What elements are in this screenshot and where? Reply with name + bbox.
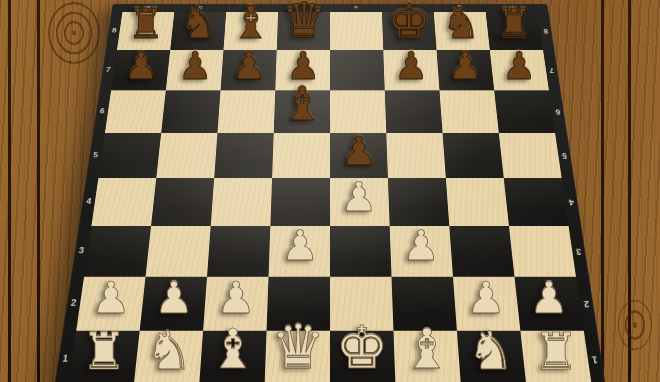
piece-black-pawn-c7[interactable]: ♟ bbox=[232, 47, 266, 85]
wood-plank-seam bbox=[601, 0, 604, 382]
rank-label-left-2: 2 bbox=[66, 299, 80, 307]
rank-label-left-5: 5 bbox=[89, 152, 102, 159]
rank-label-right-2: 2 bbox=[579, 299, 593, 307]
file-label-top-e: e bbox=[330, 5, 382, 10]
rank-label-left-6: 6 bbox=[96, 108, 109, 114]
rank-label-right-5: 5 bbox=[558, 152, 571, 159]
rank-label-right-8: 8 bbox=[540, 28, 552, 34]
square-f6[interactable] bbox=[385, 90, 443, 133]
square-e3[interactable] bbox=[330, 226, 391, 277]
piece-black-pawn-f7[interactable]: ♟ bbox=[394, 47, 428, 85]
rank-label-left-1: 1 bbox=[58, 355, 73, 364]
piece-white-queen-d1[interactable]: ♛ bbox=[271, 316, 326, 377]
piece-white-rook-h1[interactable]: ♜ bbox=[533, 326, 579, 377]
square-f5[interactable] bbox=[386, 133, 446, 178]
piece-white-pawn-b2[interactable]: ♟ bbox=[154, 276, 193, 320]
chess-game-screen: 8765432187654321abcdefgh ♜♞♝♛♚♞♜♟♟♟♟♟♟♟♝… bbox=[0, 0, 660, 382]
piece-black-bishop-c8[interactable]: ♝ bbox=[231, 0, 271, 45]
square-g4[interactable] bbox=[446, 178, 509, 226]
square-h5[interactable] bbox=[499, 133, 562, 178]
square-h4[interactable] bbox=[504, 178, 569, 226]
piece-black-knight-g8[interactable]: ♞ bbox=[442, 2, 481, 45]
square-h3[interactable] bbox=[509, 226, 576, 277]
piece-black-rook-h8[interactable]: ♜ bbox=[496, 4, 533, 45]
square-b6[interactable] bbox=[161, 90, 220, 133]
square-h6[interactable] bbox=[494, 90, 555, 133]
piece-white-bishop-f1[interactable]: ♝ bbox=[402, 322, 451, 377]
square-g5[interactable] bbox=[443, 133, 504, 178]
piece-black-king-f8[interactable]: ♚ bbox=[387, 0, 430, 45]
piece-white-pawn-e4[interactable]: ♟ bbox=[341, 177, 378, 218]
wood-plank-seam bbox=[8, 0, 11, 382]
piece-white-pawn-d3[interactable]: ♟ bbox=[281, 225, 319, 267]
piece-black-queen-d8[interactable]: ♛ bbox=[282, 0, 326, 45]
piece-black-bishop-d6[interactable]: ♝ bbox=[281, 80, 323, 127]
wood-knot bbox=[48, 2, 100, 64]
rank-label-right-1: 1 bbox=[587, 355, 602, 364]
square-c5[interactable] bbox=[214, 133, 274, 178]
piece-white-knight-b1[interactable]: ♞ bbox=[145, 324, 193, 377]
piece-white-pawn-c2[interactable]: ♟ bbox=[216, 276, 255, 320]
rank-label-left-8: 8 bbox=[108, 28, 120, 34]
piece-black-rook-a8[interactable]: ♜ bbox=[128, 4, 165, 45]
rank-label-right-7: 7 bbox=[546, 67, 558, 73]
square-a5[interactable] bbox=[98, 133, 161, 178]
wood-knot bbox=[618, 300, 652, 350]
piece-black-pawn-h7[interactable]: ♟ bbox=[502, 47, 536, 85]
piece-white-knight-g1[interactable]: ♞ bbox=[467, 324, 515, 377]
piece-white-pawn-g2[interactable]: ♟ bbox=[466, 276, 505, 320]
piece-white-pawn-a2[interactable]: ♟ bbox=[91, 276, 130, 320]
square-d5[interactable] bbox=[272, 133, 330, 178]
rank-label-left-3: 3 bbox=[74, 247, 88, 255]
square-g3[interactable] bbox=[449, 226, 514, 277]
square-c4[interactable] bbox=[211, 178, 272, 226]
square-a3[interactable] bbox=[84, 226, 151, 277]
square-b4[interactable] bbox=[151, 178, 214, 226]
piece-black-pawn-g7[interactable]: ♟ bbox=[448, 47, 482, 85]
square-e7[interactable] bbox=[330, 50, 385, 90]
square-d4[interactable] bbox=[270, 178, 330, 226]
rank-label-right-4: 4 bbox=[565, 198, 579, 205]
square-g6[interactable] bbox=[439, 90, 498, 133]
square-c3[interactable] bbox=[207, 226, 270, 277]
square-b3[interactable] bbox=[146, 226, 211, 277]
wood-plank-seam bbox=[37, 0, 40, 382]
square-c6[interactable] bbox=[217, 90, 275, 133]
piece-black-pawn-b7[interactable]: ♟ bbox=[178, 47, 212, 85]
square-e8[interactable] bbox=[330, 12, 383, 50]
piece-white-pawn-h2[interactable]: ♟ bbox=[529, 276, 568, 320]
rank-label-right-3: 3 bbox=[572, 247, 586, 255]
piece-white-rook-a1[interactable]: ♜ bbox=[81, 326, 127, 377]
square-e6[interactable] bbox=[330, 90, 386, 133]
rank-label-left-7: 7 bbox=[102, 67, 114, 73]
piece-white-king-e1[interactable]: ♚ bbox=[336, 318, 389, 377]
piece-black-knight-b8[interactable]: ♞ bbox=[180, 2, 219, 45]
square-a4[interactable] bbox=[91, 178, 156, 226]
piece-black-pawn-e5[interactable]: ♟ bbox=[341, 131, 377, 171]
square-f4[interactable] bbox=[388, 178, 449, 226]
square-b5[interactable] bbox=[156, 133, 217, 178]
rank-label-left-4: 4 bbox=[82, 198, 96, 205]
piece-white-pawn-f3[interactable]: ♟ bbox=[402, 225, 440, 267]
rank-label-right-6: 6 bbox=[552, 108, 565, 114]
piece-white-bishop-c1[interactable]: ♝ bbox=[208, 322, 257, 377]
square-a6[interactable] bbox=[105, 90, 166, 133]
piece-black-pawn-a7[interactable]: ♟ bbox=[124, 47, 158, 85]
